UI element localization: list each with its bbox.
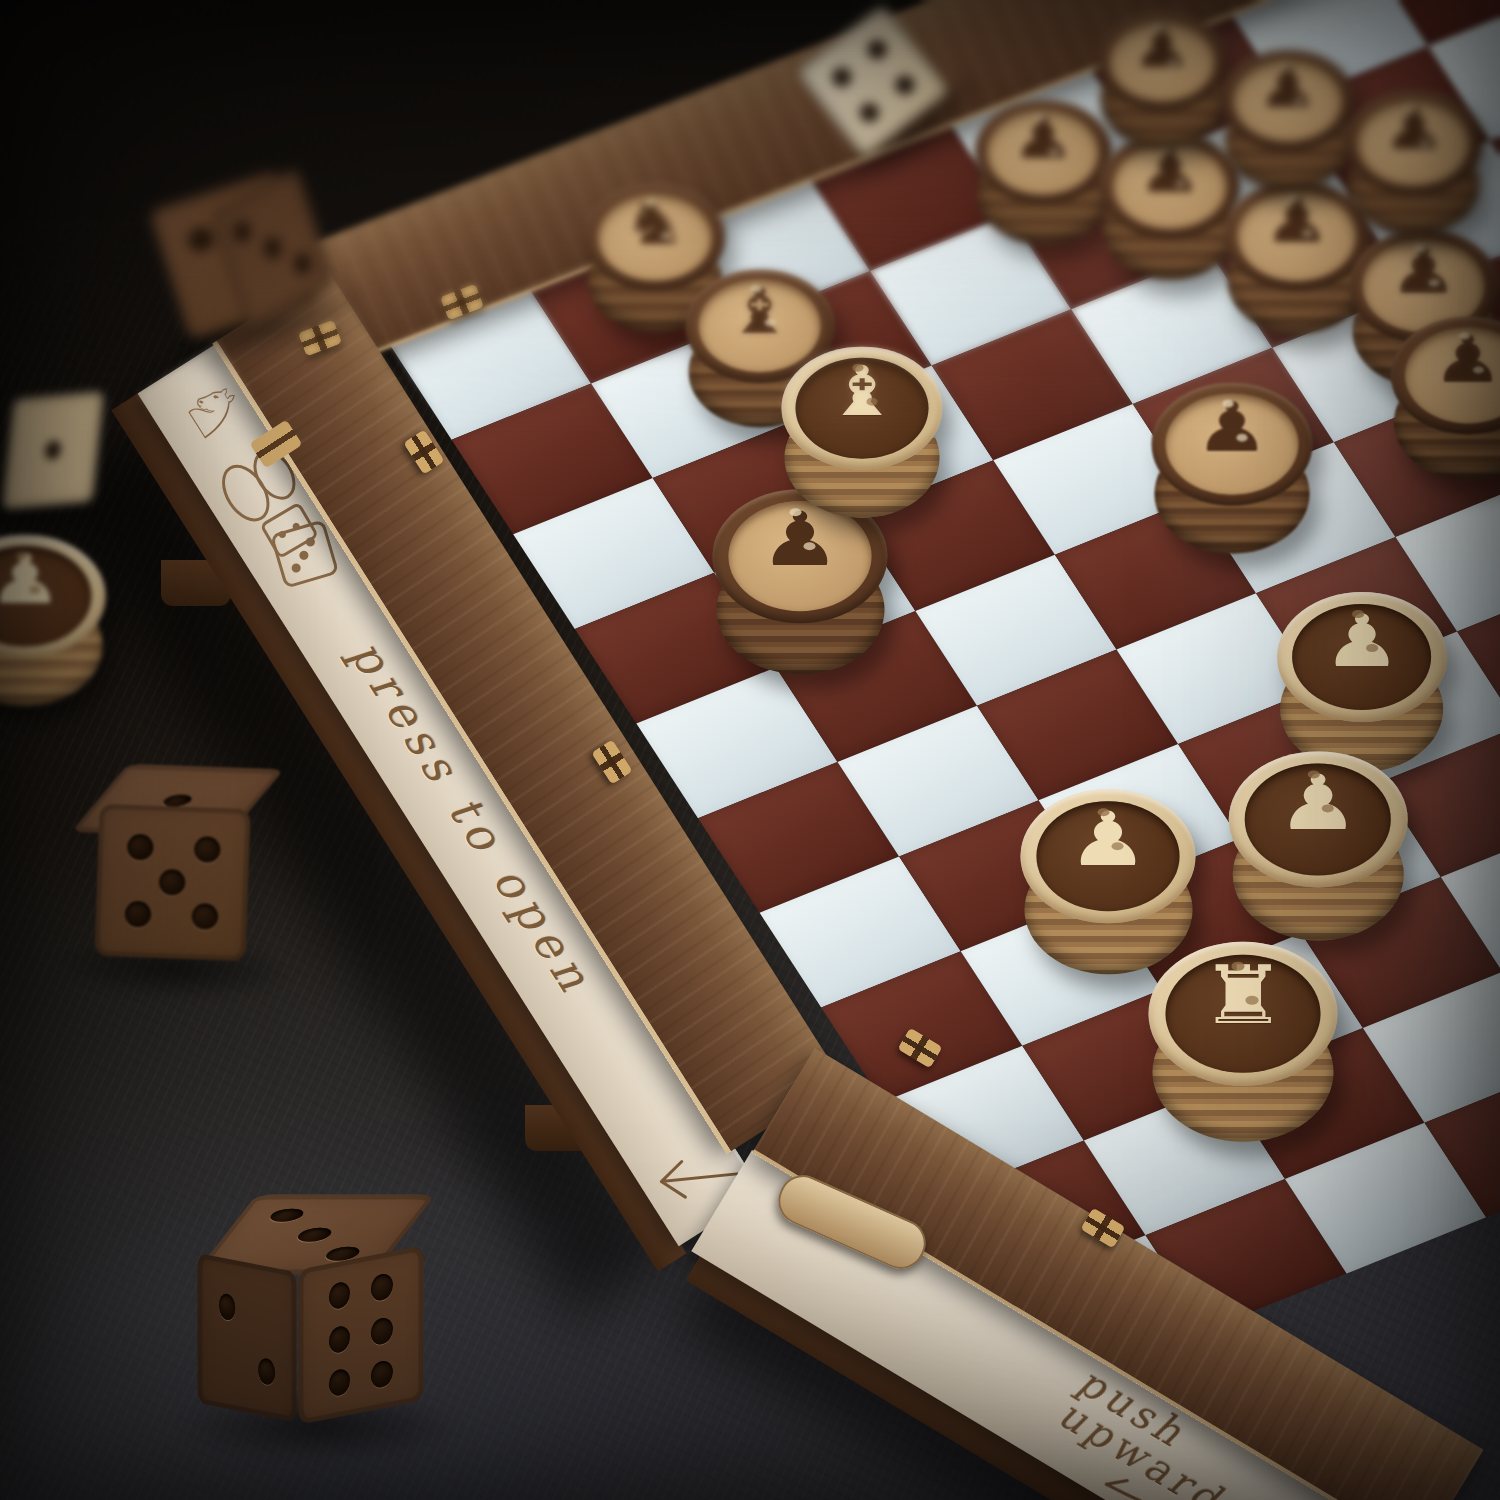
die-pip xyxy=(159,869,186,896)
black-pawn-piece[interactable]: ♟ xyxy=(975,100,1112,245)
die-pip xyxy=(864,37,890,63)
die-pip xyxy=(829,64,855,90)
black-pawn-piece[interactable]: ♟ xyxy=(1152,383,1313,554)
die-pip xyxy=(371,1360,392,1390)
die-pip xyxy=(191,903,218,930)
dark-wooden-die[interactable] xyxy=(69,762,281,974)
die-pip xyxy=(261,234,282,262)
dark-wooden-die[interactable] xyxy=(198,1195,433,1430)
white-pawn-piece[interactable]: ♟ xyxy=(0,535,106,706)
die-pip xyxy=(856,99,882,125)
die-pip xyxy=(329,1281,350,1311)
die-pip xyxy=(219,1293,236,1322)
die-pip xyxy=(891,72,917,98)
white-pawn-piece[interactable]: ♟ xyxy=(1277,592,1447,772)
die-pip xyxy=(125,901,152,928)
black-pawn-piece[interactable]: ♟ xyxy=(1391,316,1500,479)
white-pawn-piece[interactable]: ♟ xyxy=(1229,751,1408,940)
die-pip xyxy=(295,1228,336,1242)
product-photo-scene: ♘ press to open push upward ♞♝♟♟♟♟♟♟♟♟♟♟… xyxy=(0,0,1500,1500)
die-pip xyxy=(186,225,215,254)
die-pip xyxy=(371,1273,392,1303)
dice-icon xyxy=(270,519,340,589)
die-face-1-pips xyxy=(2,391,105,511)
die-pip xyxy=(329,1324,350,1354)
die-pip xyxy=(258,1357,275,1386)
die-face-2-pips xyxy=(198,1253,297,1423)
die-pip xyxy=(159,794,195,806)
die-pip xyxy=(127,834,154,861)
die-face-6-pips xyxy=(299,1246,424,1425)
die-pip xyxy=(329,1368,350,1398)
die-pip xyxy=(267,1208,308,1222)
white-rook-piece[interactable]: ♜ xyxy=(1149,942,1338,1142)
black-pawn-piece[interactable]: ♟ xyxy=(1222,50,1355,191)
die-pip xyxy=(371,1316,392,1346)
die-pip xyxy=(231,218,252,246)
die-pip xyxy=(194,837,221,864)
light-wooden-die[interactable] xyxy=(0,337,115,524)
black-pawn-piece[interactable]: ♟ xyxy=(1346,91,1483,236)
white-bishop-piece[interactable]: ♝ xyxy=(782,347,943,518)
die-pip xyxy=(291,251,312,279)
dark-wooden-die[interactable] xyxy=(115,125,348,358)
die-pip xyxy=(44,440,62,460)
die-face-5-pips xyxy=(94,804,251,961)
black-pawn-piece[interactable]: ♟ xyxy=(1100,132,1240,280)
black-pawn-piece[interactable]: ♟ xyxy=(1097,11,1227,148)
